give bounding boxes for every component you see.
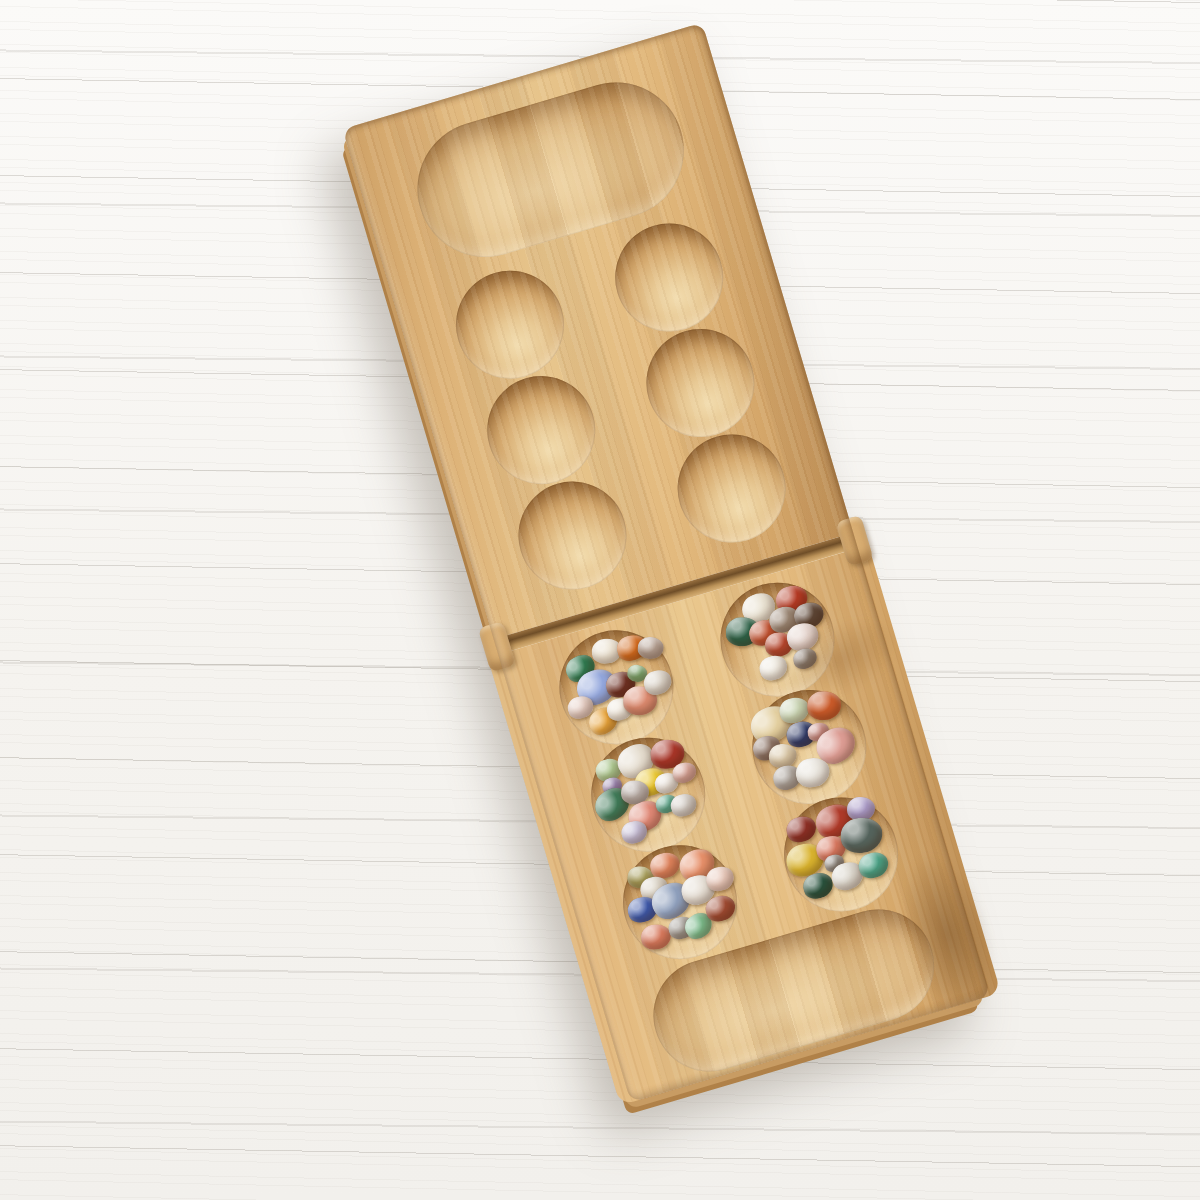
upper-left-2-pit[interactable] (474, 363, 608, 497)
upper-right-3-pit[interactable] (664, 421, 798, 555)
lower-left-1-pit[interactable] (545, 617, 687, 759)
gem-stone (637, 636, 664, 660)
gem-stone (839, 816, 885, 856)
lower-left-2-pit[interactable] (577, 724, 719, 866)
lower-right-3-pit[interactable] (770, 784, 912, 926)
lower-right-1-pit[interactable] (706, 569, 848, 711)
gem-stone (757, 652, 791, 683)
gem-stone (639, 923, 672, 951)
upper-left-3-pit[interactable] (505, 469, 639, 603)
mancala-board (343, 23, 991, 1103)
gem-stone (783, 813, 819, 845)
upper-right-1-pit[interactable] (602, 211, 736, 345)
gem-stone (806, 691, 841, 721)
upper-right-2-pit[interactable] (633, 316, 767, 450)
upper-left-1-pit[interactable] (442, 258, 576, 392)
photo-scene (0, 0, 1200, 1200)
board-upper-half (343, 23, 854, 640)
